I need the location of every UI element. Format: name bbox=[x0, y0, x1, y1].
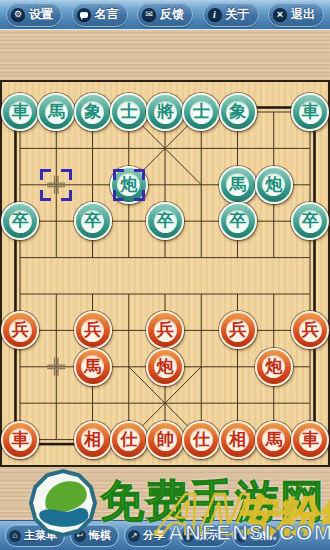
hint-button[interactable]: ? 提示 bbox=[178, 524, 227, 547]
undo-icon: ↩ bbox=[74, 530, 86, 542]
piece-卒-black[interactable]: 卒 bbox=[74, 202, 112, 240]
piece-炮-black[interactable]: 炮 bbox=[255, 166, 293, 204]
piece-仕-red[interactable]: 仕 bbox=[182, 421, 220, 459]
settings-button[interactable]: ⚙ 设置 bbox=[6, 2, 62, 27]
exit-label: 退出 bbox=[291, 6, 315, 23]
piece-車-red[interactable]: 車 bbox=[1, 421, 39, 459]
share-button[interactable]: ↗ 分享 bbox=[124, 524, 173, 547]
gear-icon: ⚙ bbox=[11, 8, 25, 22]
piece-馬-red[interactable]: 馬 bbox=[74, 348, 112, 386]
info-icon: i bbox=[208, 8, 222, 22]
piece-車-red[interactable]: 車 bbox=[291, 421, 329, 459]
piece-炮-red[interactable]: 炮 bbox=[146, 348, 184, 386]
piece-炮-red[interactable]: 炮 bbox=[255, 348, 293, 386]
app-screen: ⚙ 设置 名言 ✉ 反馈 i 关于 × 退出 bbox=[0, 0, 330, 550]
piece-卒-black[interactable]: 卒 bbox=[1, 202, 39, 240]
piece-兵-red[interactable]: 兵 bbox=[291, 311, 329, 349]
quotes-button[interactable]: 名言 bbox=[72, 2, 128, 27]
piece-相-red[interactable]: 相 bbox=[74, 421, 112, 459]
exit-icon: × bbox=[273, 8, 287, 22]
piece-兵-red[interactable]: 兵 bbox=[146, 311, 184, 349]
piece-仕-red[interactable]: 仕 bbox=[110, 421, 148, 459]
hint-icon: ? bbox=[182, 530, 194, 542]
feedback-button[interactable]: ✉ 反馈 bbox=[137, 2, 193, 27]
piece-將-black[interactable]: 將 bbox=[146, 93, 184, 131]
piece-帥-red[interactable]: 帥 bbox=[146, 421, 184, 459]
speech-icon bbox=[77, 8, 91, 22]
exit-button[interactable]: × 退出 bbox=[268, 2, 324, 27]
quotes-label: 名言 bbox=[95, 6, 119, 23]
resign-icon: ⚐ bbox=[236, 530, 248, 542]
piece-士-black[interactable]: 士 bbox=[110, 93, 148, 131]
bottom-bar: ⌂ 主菜单 ↩ 悔棋 ↗ 分享 ? 提示 ⚐ 认输 bbox=[0, 520, 330, 550]
piece-卒-black[interactable]: 卒 bbox=[291, 202, 329, 240]
about-button[interactable]: i 关于 bbox=[203, 2, 259, 27]
piece-象-black[interactable]: 象 bbox=[219, 93, 257, 131]
piece-layer: 車馬象士將士象車炮馬炮卒卒卒卒卒兵兵兵兵兵馬炮炮車相仕帥仕相馬車 bbox=[2, 94, 328, 458]
hint-label: 提示 bbox=[197, 528, 219, 543]
piece-卒-black[interactable]: 卒 bbox=[146, 202, 184, 240]
piece-卒-black[interactable]: 卒 bbox=[219, 202, 257, 240]
top-toolbar: ⚙ 设置 名言 ✉ 反馈 i 关于 × 退出 bbox=[0, 0, 330, 30]
share-label: 分享 bbox=[143, 528, 165, 543]
piece-車-black[interactable]: 車 bbox=[291, 93, 329, 131]
piece-馬-black[interactable]: 馬 bbox=[37, 93, 75, 131]
share-icon: ↗ bbox=[128, 530, 140, 542]
main-menu-label: 主菜单 bbox=[24, 528, 57, 543]
piece-兵-red[interactable]: 兵 bbox=[219, 311, 257, 349]
mail-icon: ✉ bbox=[142, 8, 156, 22]
piece-馬-black[interactable]: 馬 bbox=[219, 166, 257, 204]
piece-相-red[interactable]: 相 bbox=[219, 421, 257, 459]
home-icon: ⌂ bbox=[9, 530, 21, 542]
settings-label: 设置 bbox=[29, 6, 53, 23]
main-menu-button[interactable]: ⌂ 主菜单 bbox=[5, 524, 65, 547]
resign-label: 认输 bbox=[251, 528, 273, 543]
undo-label: 悔棋 bbox=[89, 528, 111, 543]
piece-炮-black[interactable]: 炮 bbox=[110, 166, 148, 204]
piece-士-black[interactable]: 士 bbox=[182, 93, 220, 131]
undo-button[interactable]: ↩ 悔棋 bbox=[70, 524, 119, 547]
resign-button[interactable]: ⚐ 认输 bbox=[232, 524, 281, 547]
xiangqi-board[interactable]: 車馬象士將士象車炮馬炮卒卒卒卒卒兵兵兵兵兵馬炮炮車相仕帥仕相馬車 bbox=[0, 80, 330, 467]
piece-兵-red[interactable]: 兵 bbox=[74, 311, 112, 349]
feedback-label: 反馈 bbox=[160, 6, 184, 23]
piece-兵-red[interactable]: 兵 bbox=[1, 311, 39, 349]
about-label: 关于 bbox=[226, 6, 250, 23]
piece-象-black[interactable]: 象 bbox=[74, 93, 112, 131]
last-move-from-marker bbox=[40, 169, 72, 201]
piece-車-black[interactable]: 車 bbox=[1, 93, 39, 131]
piece-馬-red[interactable]: 馬 bbox=[255, 421, 293, 459]
